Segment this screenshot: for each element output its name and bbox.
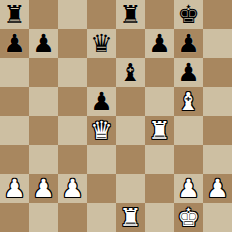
square-c1[interactable] <box>58 203 87 232</box>
square-f7[interactable]: ♟ <box>145 29 174 58</box>
square-g5[interactable]: ♝ <box>174 87 203 116</box>
square-a6[interactable] <box>0 58 29 87</box>
square-f1[interactable] <box>145 203 174 232</box>
square-g4[interactable] <box>174 116 203 145</box>
square-c6[interactable] <box>58 58 87 87</box>
square-h4[interactable] <box>203 116 232 145</box>
piece-white-pawn[interactable]: ♟ <box>206 174 228 203</box>
piece-black-pawn[interactable]: ♟ <box>148 29 170 58</box>
square-e8[interactable]: ♜ <box>116 0 145 29</box>
square-c7[interactable] <box>58 29 87 58</box>
square-a3[interactable] <box>0 145 29 174</box>
piece-black-pawn[interactable]: ♟ <box>177 29 199 58</box>
piece-white-pawn[interactable]: ♟ <box>177 174 199 203</box>
square-f4[interactable]: ♜ <box>145 116 174 145</box>
square-d8[interactable] <box>87 0 116 29</box>
square-g6[interactable]: ♟ <box>174 58 203 87</box>
square-a5[interactable] <box>0 87 29 116</box>
square-g2[interactable]: ♟ <box>174 174 203 203</box>
square-a2[interactable]: ♟ <box>0 174 29 203</box>
piece-black-king[interactable]: ♚ <box>177 0 199 29</box>
piece-black-pawn[interactable]: ♟ <box>177 58 199 87</box>
square-e6[interactable]: ♝ <box>116 58 145 87</box>
square-h1[interactable] <box>203 203 232 232</box>
square-e5[interactable] <box>116 87 145 116</box>
square-h7[interactable] <box>203 29 232 58</box>
chess-board: ♜♜♚♟♟♛♟♟♝♟♟♝♛♜♟♟♟♟♟♜♚ <box>0 0 232 232</box>
square-f3[interactable] <box>145 145 174 174</box>
square-c4[interactable] <box>58 116 87 145</box>
square-e7[interactable] <box>116 29 145 58</box>
square-c8[interactable] <box>58 0 87 29</box>
square-a7[interactable]: ♟ <box>0 29 29 58</box>
square-e2[interactable] <box>116 174 145 203</box>
square-b8[interactable] <box>29 0 58 29</box>
piece-black-rook[interactable]: ♜ <box>119 0 141 29</box>
square-h6[interactable] <box>203 58 232 87</box>
square-g8[interactable]: ♚ <box>174 0 203 29</box>
square-g3[interactable] <box>174 145 203 174</box>
square-g7[interactable]: ♟ <box>174 29 203 58</box>
square-c5[interactable] <box>58 87 87 116</box>
square-b1[interactable] <box>29 203 58 232</box>
square-b7[interactable]: ♟ <box>29 29 58 58</box>
piece-white-rook[interactable]: ♜ <box>119 203 141 232</box>
piece-black-queen[interactable]: ♛ <box>90 29 112 58</box>
square-b6[interactable] <box>29 58 58 87</box>
piece-white-pawn[interactable]: ♟ <box>61 174 83 203</box>
piece-white-pawn[interactable]: ♟ <box>3 174 25 203</box>
piece-white-king[interactable]: ♚ <box>177 203 199 232</box>
square-e4[interactable] <box>116 116 145 145</box>
piece-white-queen[interactable]: ♛ <box>90 116 112 145</box>
square-b5[interactable] <box>29 87 58 116</box>
square-f5[interactable] <box>145 87 174 116</box>
piece-white-pawn[interactable]: ♟ <box>32 174 54 203</box>
piece-black-pawn[interactable]: ♟ <box>32 29 54 58</box>
square-a4[interactable] <box>0 116 29 145</box>
piece-black-rook[interactable]: ♜ <box>3 0 25 29</box>
square-e3[interactable] <box>116 145 145 174</box>
piece-black-pawn[interactable]: ♟ <box>90 87 112 116</box>
piece-black-pawn[interactable]: ♟ <box>3 29 25 58</box>
square-d4[interactable]: ♛ <box>87 116 116 145</box>
piece-white-rook[interactable]: ♜ <box>148 116 170 145</box>
square-d1[interactable] <box>87 203 116 232</box>
square-d2[interactable] <box>87 174 116 203</box>
piece-black-bishop[interactable]: ♝ <box>119 58 141 87</box>
square-f2[interactable] <box>145 174 174 203</box>
square-d6[interactable] <box>87 58 116 87</box>
square-h3[interactable] <box>203 145 232 174</box>
square-a8[interactable]: ♜ <box>0 0 29 29</box>
square-b3[interactable] <box>29 145 58 174</box>
square-h8[interactable] <box>203 0 232 29</box>
piece-white-bishop[interactable]: ♝ <box>177 87 199 116</box>
square-g1[interactable]: ♚ <box>174 203 203 232</box>
square-c3[interactable] <box>58 145 87 174</box>
square-f8[interactable] <box>145 0 174 29</box>
square-h2[interactable]: ♟ <box>203 174 232 203</box>
square-b4[interactable] <box>29 116 58 145</box>
square-a1[interactable] <box>0 203 29 232</box>
square-d5[interactable]: ♟ <box>87 87 116 116</box>
square-h5[interactable] <box>203 87 232 116</box>
square-d7[interactable]: ♛ <box>87 29 116 58</box>
square-d3[interactable] <box>87 145 116 174</box>
square-c2[interactable]: ♟ <box>58 174 87 203</box>
square-e1[interactable]: ♜ <box>116 203 145 232</box>
square-b2[interactable]: ♟ <box>29 174 58 203</box>
square-f6[interactable] <box>145 58 174 87</box>
